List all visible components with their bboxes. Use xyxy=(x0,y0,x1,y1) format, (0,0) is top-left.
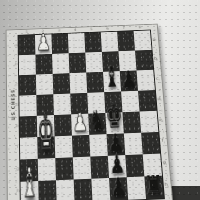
square-c5[interactable] xyxy=(86,72,104,93)
square-a1[interactable] xyxy=(18,35,35,55)
white-bishop[interactable]: ♝ xyxy=(21,162,39,200)
coord-right-d: d xyxy=(157,97,160,101)
black-pawn[interactable]: ♟ xyxy=(110,174,127,200)
coord-right-c: c xyxy=(156,77,159,81)
square-e1[interactable] xyxy=(20,116,38,138)
chess-board: US CHESS ♞ ♞ 12345678 12345678 abcdefgh … xyxy=(6,24,174,200)
coord-top-6: 6 xyxy=(106,27,109,31)
coord-right-g: g xyxy=(163,161,166,165)
square-d1[interactable] xyxy=(19,95,36,117)
square-f8[interactable] xyxy=(141,132,160,154)
square-a4[interactable] xyxy=(68,33,85,53)
square-c4[interactable] xyxy=(69,72,87,93)
square-a7[interactable] xyxy=(117,31,135,51)
square-b3[interactable] xyxy=(52,53,69,74)
square-e7[interactable] xyxy=(122,111,141,133)
square-g3[interactable] xyxy=(55,157,73,180)
square-h1[interactable]: ♝ xyxy=(20,181,38,200)
coord-top-4: 4 xyxy=(74,28,77,32)
square-d3[interactable] xyxy=(53,94,71,116)
black-pawn[interactable]: ♟ xyxy=(120,67,137,90)
coord-right-e: e xyxy=(159,118,162,122)
board-grid: ♟♝♟♟♞♚♚♟♟♝♟♜ xyxy=(18,30,163,200)
vinyl-board-border: US CHESS ♞ ♞ 12345678 12345678 abcdefgh … xyxy=(6,24,174,200)
coord-top-1: 1 xyxy=(25,30,28,34)
square-g2[interactable] xyxy=(38,158,56,181)
square-c8[interactable] xyxy=(136,70,154,91)
square-b4[interactable] xyxy=(69,53,87,74)
square-h8[interactable]: ♜ xyxy=(144,176,164,199)
coord-right-a: a xyxy=(153,38,156,42)
square-g5[interactable] xyxy=(90,156,109,179)
black-knight[interactable]: ♞ xyxy=(88,106,106,133)
coord-left-h: h xyxy=(17,189,20,193)
square-f1[interactable] xyxy=(20,137,38,159)
coord-right-b: b xyxy=(154,57,157,61)
square-a5[interactable] xyxy=(84,32,102,52)
square-d7[interactable] xyxy=(121,91,139,112)
square-h3[interactable] xyxy=(56,179,75,200)
square-e4[interactable]: ♟ xyxy=(71,114,89,136)
square-h2[interactable] xyxy=(38,180,56,200)
square-e8[interactable] xyxy=(140,111,159,133)
square-c2[interactable] xyxy=(36,74,53,95)
black-bishop[interactable]: ♝ xyxy=(103,62,120,91)
square-c1[interactable] xyxy=(19,75,36,96)
coord-top-7: 7 xyxy=(122,27,125,31)
square-a6[interactable] xyxy=(101,32,119,52)
white-pawn[interactable]: ♟ xyxy=(36,30,51,54)
square-g7[interactable] xyxy=(125,154,144,177)
coord-top-5: 5 xyxy=(90,28,93,32)
square-e5[interactable]: ♞ xyxy=(88,113,106,135)
square-c7[interactable]: ♟ xyxy=(120,70,138,91)
coord-top-8: 8 xyxy=(138,26,141,30)
square-c3[interactable] xyxy=(53,73,71,94)
square-c6[interactable]: ♝ xyxy=(103,71,121,92)
square-g4[interactable] xyxy=(73,157,92,180)
coord-top-3: 3 xyxy=(58,29,61,33)
square-h6[interactable]: ♟ xyxy=(109,177,128,200)
square-a8[interactable] xyxy=(134,30,152,50)
photo-scene: US CHESS ♞ ♞ 12345678 12345678 abcdefgh … xyxy=(0,0,200,200)
coord-left-f: f xyxy=(17,145,19,149)
coord-left-a: a xyxy=(15,43,18,47)
coord-left-b: b xyxy=(15,63,18,67)
square-f2[interactable]: ♚ xyxy=(37,136,55,158)
square-e3[interactable] xyxy=(54,114,72,136)
square-f7[interactable] xyxy=(124,133,143,155)
coord-right-f: f xyxy=(162,139,164,143)
square-d8[interactable] xyxy=(138,90,157,111)
coord-left-g: g xyxy=(16,167,19,171)
square-b5[interactable] xyxy=(85,52,103,73)
square-h5[interactable] xyxy=(91,178,110,200)
square-f3[interactable] xyxy=(55,136,73,158)
square-a2[interactable]: ♟ xyxy=(35,34,52,54)
white-king[interactable]: ♚ xyxy=(37,108,55,158)
coord-left-e: e xyxy=(16,124,19,128)
white-pawn[interactable]: ♟ xyxy=(72,109,89,135)
square-f4[interactable] xyxy=(72,135,90,157)
square-b1[interactable] xyxy=(19,55,36,76)
square-h4[interactable] xyxy=(74,179,93,200)
black-rook[interactable]: ♜ xyxy=(143,171,164,198)
square-a3[interactable] xyxy=(51,34,68,54)
square-f5[interactable] xyxy=(89,134,108,156)
coord-right-h: h xyxy=(165,183,168,187)
square-b2[interactable] xyxy=(35,54,52,75)
coord-left-d: d xyxy=(16,103,19,107)
square-b8[interactable] xyxy=(135,50,153,71)
coord-left-c: c xyxy=(16,83,18,87)
